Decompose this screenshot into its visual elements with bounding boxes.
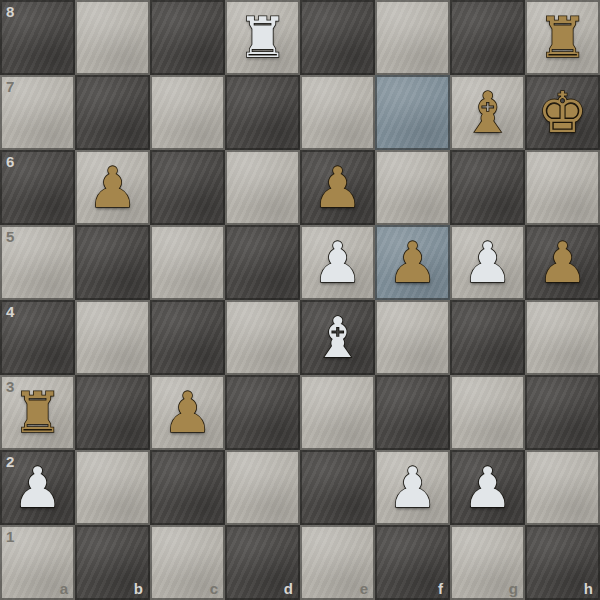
square-g6[interactable]	[450, 150, 525, 225]
square-b2[interactable]	[75, 450, 150, 525]
square-c5[interactable]	[150, 225, 225, 300]
square-b8[interactable]	[75, 0, 150, 75]
square-g7[interactable]: ♝	[450, 75, 525, 150]
square-b7[interactable]	[75, 75, 150, 150]
square-a6[interactable]: 6	[0, 150, 75, 225]
square-e8[interactable]	[300, 0, 375, 75]
square-d4[interactable]	[225, 300, 300, 375]
square-a3[interactable]: 3♜	[0, 375, 75, 450]
file-label-d: d	[284, 580, 293, 597]
file-label-g: g	[509, 580, 518, 597]
square-f2[interactable]: ♟	[375, 450, 450, 525]
square-c6[interactable]	[150, 150, 225, 225]
square-e6[interactable]: ♟	[300, 150, 375, 225]
file-label-e: e	[360, 580, 368, 597]
black-pawn-b6[interactable]: ♟	[75, 150, 150, 225]
square-b5[interactable]	[75, 225, 150, 300]
square-b1[interactable]: b	[75, 525, 150, 600]
black-pawn-c3[interactable]: ♟	[150, 375, 225, 450]
file-label-h: h	[584, 580, 593, 597]
square-h2[interactable]	[525, 450, 600, 525]
file-label-b: b	[134, 580, 143, 597]
black-king-h7[interactable]: ♚	[525, 75, 600, 150]
white-pawn-g2[interactable]: ♟	[450, 450, 525, 525]
square-c2[interactable]	[150, 450, 225, 525]
square-a8[interactable]: 8	[0, 0, 75, 75]
file-label-c: c	[210, 580, 218, 597]
square-a1[interactable]: 1a	[0, 525, 75, 600]
rank-label-4: 4	[6, 303, 14, 320]
square-b4[interactable]	[75, 300, 150, 375]
square-e4[interactable]: ♝	[300, 300, 375, 375]
square-f4[interactable]	[375, 300, 450, 375]
square-a2[interactable]: 2♟	[0, 450, 75, 525]
file-label-f: f	[438, 580, 443, 597]
black-rook-a3[interactable]: ♜	[0, 375, 75, 450]
square-g3[interactable]	[450, 375, 525, 450]
square-h7[interactable]: ♚	[525, 75, 600, 150]
square-b3[interactable]	[75, 375, 150, 450]
square-d8[interactable]: ♜	[225, 0, 300, 75]
white-rook-d8[interactable]: ♜	[225, 0, 300, 75]
rank-label-5: 5	[6, 228, 14, 245]
rank-label-1: 1	[6, 528, 14, 545]
square-d7[interactable]	[225, 75, 300, 150]
black-pawn-h5[interactable]: ♟	[525, 225, 600, 300]
square-f5[interactable]: ♟	[375, 225, 450, 300]
chess-board: 8♜♜7♝♚6♟♟5♟♟♟♟4♝3♜♟2♟♟♟1abcdefgh	[0, 0, 600, 600]
square-e3[interactable]	[300, 375, 375, 450]
chess-app: 8♜♜7♝♚6♟♟5♟♟♟♟4♝3♜♟2♟♟♟1abcdefgh	[0, 0, 600, 600]
square-h4[interactable]	[525, 300, 600, 375]
square-g4[interactable]	[450, 300, 525, 375]
square-h6[interactable]	[525, 150, 600, 225]
rank-label-7: 7	[6, 78, 14, 95]
square-h1[interactable]: h	[525, 525, 600, 600]
white-bishop-e4[interactable]: ♝	[300, 300, 375, 375]
square-f7[interactable]	[375, 75, 450, 150]
square-e2[interactable]	[300, 450, 375, 525]
square-e5[interactable]: ♟	[300, 225, 375, 300]
rank-label-8: 8	[6, 3, 14, 20]
black-bishop-g7[interactable]: ♝	[450, 75, 525, 150]
square-d2[interactable]	[225, 450, 300, 525]
rank-label-6: 6	[6, 153, 14, 170]
white-pawn-g5[interactable]: ♟	[450, 225, 525, 300]
white-pawn-f2[interactable]: ♟	[375, 450, 450, 525]
square-g5[interactable]: ♟	[450, 225, 525, 300]
square-f3[interactable]	[375, 375, 450, 450]
square-g8[interactable]	[450, 0, 525, 75]
black-pawn-e6[interactable]: ♟	[300, 150, 375, 225]
square-c7[interactable]	[150, 75, 225, 150]
black-pawn-f5[interactable]: ♟	[375, 225, 450, 300]
square-f8[interactable]	[375, 0, 450, 75]
square-c3[interactable]: ♟	[150, 375, 225, 450]
square-c1[interactable]: c	[150, 525, 225, 600]
white-pawn-e5[interactable]: ♟	[300, 225, 375, 300]
square-d6[interactable]	[225, 150, 300, 225]
square-f1[interactable]: f	[375, 525, 450, 600]
square-c8[interactable]	[150, 0, 225, 75]
square-a5[interactable]: 5	[0, 225, 75, 300]
square-a4[interactable]: 4	[0, 300, 75, 375]
square-b6[interactable]: ♟	[75, 150, 150, 225]
black-rook-h8[interactable]: ♜	[525, 0, 600, 75]
file-label-a: a	[60, 580, 68, 597]
square-g2[interactable]: ♟	[450, 450, 525, 525]
square-c4[interactable]	[150, 300, 225, 375]
square-d5[interactable]	[225, 225, 300, 300]
square-h3[interactable]	[525, 375, 600, 450]
square-h8[interactable]: ♜	[525, 0, 600, 75]
square-g1[interactable]: g	[450, 525, 525, 600]
square-a7[interactable]: 7	[0, 75, 75, 150]
square-f6[interactable]	[375, 150, 450, 225]
square-e1[interactable]: e	[300, 525, 375, 600]
square-h5[interactable]: ♟	[525, 225, 600, 300]
white-pawn-a2[interactable]: ♟	[0, 450, 75, 525]
square-e7[interactable]	[300, 75, 375, 150]
square-d1[interactable]: d	[225, 525, 300, 600]
square-d3[interactable]	[225, 375, 300, 450]
